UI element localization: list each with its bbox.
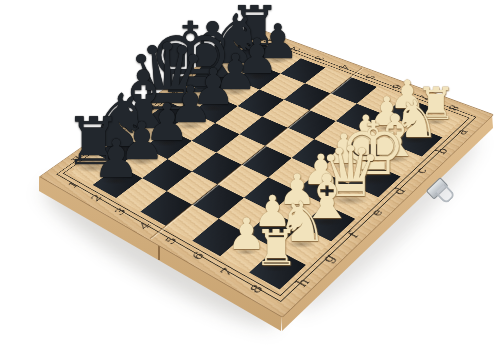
rank-label-3-far: 3 bbox=[311, 54, 327, 62]
rank-label-6-near: 6 bbox=[188, 249, 207, 262]
rank-label-2-near: 2 bbox=[88, 192, 105, 203]
rank-label-5-far: 5 bbox=[362, 73, 378, 81]
rank-label-5-near: 5 bbox=[161, 234, 179, 246]
rank-label-1-near: 1 bbox=[65, 179, 81, 189]
chess-set-photo: 1122334455667788hhggffeeddccbbaa ♜♞♝♛♚♝♞… bbox=[0, 0, 500, 351]
rank-label-4-near: 4 bbox=[136, 220, 154, 232]
rank-label-4-far: 4 bbox=[336, 63, 352, 71]
black-pawn-h2[interactable]: ♟ bbox=[93, 133, 140, 186]
rank-label-8-near: 8 bbox=[246, 282, 266, 296]
file-label-h-near: h bbox=[292, 276, 312, 290]
rank-label-3-near: 3 bbox=[111, 206, 128, 217]
white-rook-h8[interactable]: ♜ bbox=[254, 223, 298, 272]
rank-label-7-near: 7 bbox=[216, 265, 235, 278]
